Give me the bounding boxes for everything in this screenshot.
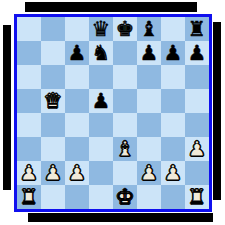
square-h1[interactable]: ♜ (185, 185, 209, 209)
square-g8[interactable] (161, 17, 185, 41)
board-shadow-top (25, 2, 197, 12)
square-e6[interactable] (113, 65, 137, 89)
piece-black-pawn-c7[interactable]: ♟ (68, 41, 87, 65)
square-b6[interactable] (41, 65, 65, 89)
square-c6[interactable] (65, 65, 89, 89)
square-f7[interactable]: ♟ (137, 41, 161, 65)
square-g6[interactable] (161, 65, 185, 89)
square-f3[interactable] (137, 137, 161, 161)
square-d1[interactable] (89, 185, 113, 209)
square-d3[interactable] (89, 137, 113, 161)
square-a4[interactable] (17, 113, 41, 137)
piece-white-queen-b5[interactable]: ♛ (44, 89, 63, 113)
piece-black-king-e8[interactable]: ♚ (116, 17, 135, 41)
square-e2[interactable] (113, 161, 137, 185)
square-c2[interactable]: ♟ (65, 161, 89, 185)
square-b8[interactable] (41, 17, 65, 41)
square-a6[interactable] (17, 65, 41, 89)
square-c3[interactable] (65, 137, 89, 161)
piece-white-pawn-h3[interactable]: ♟ (188, 137, 207, 161)
square-d5[interactable]: ♟ (89, 89, 113, 113)
piece-white-rook-h1[interactable]: ♜ (188, 185, 207, 209)
square-a7[interactable] (17, 41, 41, 65)
square-c5[interactable] (65, 89, 89, 113)
square-c8[interactable] (65, 17, 89, 41)
square-d2[interactable] (89, 161, 113, 185)
square-d4[interactable] (89, 113, 113, 137)
square-a5[interactable] (17, 89, 41, 113)
piece-white-pawn-f2[interactable]: ♟ (140, 161, 159, 185)
square-f5[interactable] (137, 89, 161, 113)
square-a2[interactable]: ♟ (17, 161, 41, 185)
piece-white-rook-a1[interactable]: ♜ (20, 185, 39, 209)
square-h4[interactable] (185, 113, 209, 137)
square-e3[interactable]: ♝ (113, 137, 137, 161)
square-b5[interactable]: ♛ (41, 89, 65, 113)
square-b7[interactable] (41, 41, 65, 65)
board-shadow-bottom (28, 213, 213, 222)
square-h7[interactable]: ♟ (185, 41, 209, 65)
square-d6[interactable] (89, 65, 113, 89)
square-d7[interactable]: ♞ (89, 41, 113, 65)
square-e1[interactable]: ♚ (113, 185, 137, 209)
square-b2[interactable]: ♟ (41, 161, 65, 185)
square-a3[interactable] (17, 137, 41, 161)
square-e5[interactable] (113, 89, 137, 113)
square-e7[interactable] (113, 41, 137, 65)
square-f1[interactable] (137, 185, 161, 209)
piece-black-queen-d8[interactable]: ♛ (92, 17, 111, 41)
square-h6[interactable] (185, 65, 209, 89)
square-a8[interactable] (17, 17, 41, 41)
piece-white-pawn-c2[interactable]: ♟ (68, 161, 87, 185)
chess-board: ♛♚♝♜♟♞♟♟♟♛♟♝♟♟♟♟♟♟♜♚♜ (14, 14, 212, 212)
square-f4[interactable] (137, 113, 161, 137)
piece-black-pawn-f7[interactable]: ♟ (140, 41, 159, 65)
piece-white-pawn-b2[interactable]: ♟ (44, 161, 63, 185)
board-shadow-left (3, 25, 11, 190)
square-h8[interactable]: ♜ (185, 17, 209, 41)
square-d8[interactable]: ♛ (89, 17, 113, 41)
piece-black-bishop-f8[interactable]: ♝ (140, 17, 159, 41)
square-g2[interactable]: ♟ (161, 161, 185, 185)
piece-black-knight-d7[interactable]: ♞ (92, 41, 111, 65)
square-h5[interactable] (185, 89, 209, 113)
square-e8[interactable]: ♚ (113, 17, 137, 41)
piece-black-rook-h8[interactable]: ♜ (188, 17, 207, 41)
square-e4[interactable] (113, 113, 137, 137)
piece-white-pawn-g2[interactable]: ♟ (164, 161, 183, 185)
board-shadow-right (213, 22, 221, 200)
square-h2[interactable] (185, 161, 209, 185)
square-f2[interactable]: ♟ (137, 161, 161, 185)
square-g1[interactable] (161, 185, 185, 209)
square-f8[interactable]: ♝ (137, 17, 161, 41)
piece-black-pawn-h7[interactable]: ♟ (188, 41, 207, 65)
chess-app-canvas: ♛♚♝♜♟♞♟♟♟♛♟♝♟♟♟♟♟♟♜♚♜ (0, 0, 225, 225)
square-h3[interactable]: ♟ (185, 137, 209, 161)
piece-black-pawn-d5[interactable]: ♟ (92, 89, 111, 113)
square-b4[interactable] (41, 113, 65, 137)
piece-white-bishop-e3[interactable]: ♝ (116, 137, 135, 161)
square-g5[interactable] (161, 89, 185, 113)
piece-white-king-e1[interactable]: ♚ (116, 185, 135, 209)
square-g4[interactable] (161, 113, 185, 137)
piece-white-pawn-a2[interactable]: ♟ (20, 161, 39, 185)
square-b1[interactable] (41, 185, 65, 209)
square-g3[interactable] (161, 137, 185, 161)
square-f6[interactable] (137, 65, 161, 89)
square-a1[interactable]: ♜ (17, 185, 41, 209)
square-c1[interactable] (65, 185, 89, 209)
square-c4[interactable] (65, 113, 89, 137)
square-c7[interactable]: ♟ (65, 41, 89, 65)
square-b3[interactable] (41, 137, 65, 161)
piece-black-pawn-g7[interactable]: ♟ (164, 41, 183, 65)
square-g7[interactable]: ♟ (161, 41, 185, 65)
